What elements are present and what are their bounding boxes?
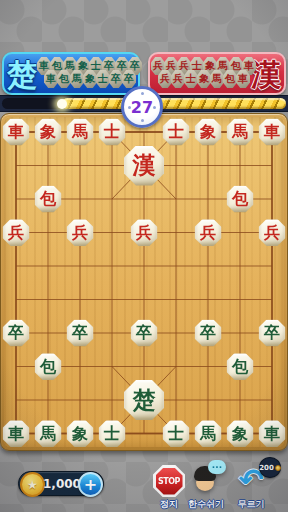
cho-tray-piece-象: 象 xyxy=(83,70,97,88)
piece-han-兵-e4[interactable]: 兵 xyxy=(131,219,158,246)
han-tray-piece-兵: 兵 xyxy=(158,70,172,88)
piece-han-馬-c1[interactable]: 馬 xyxy=(67,119,94,146)
cho-king-glyph: 楚 xyxy=(7,55,37,94)
cho-tray-piece-包: 包 xyxy=(57,70,71,88)
piece-cho-馬-b10[interactable]: 馬 xyxy=(35,420,62,447)
piece-cho-卒-i7[interactable]: 卒 xyxy=(259,320,286,347)
pass-avatar-icon: ··· xyxy=(190,465,222,497)
stop-button-label: 정지 xyxy=(160,498,178,511)
board-pieces-layer: 車象馬士士象馬車漢包包兵兵兵兵兵卒卒卒卒卒包包楚車馬象士士馬象車 xyxy=(0,113,288,451)
piece-han-包-h3[interactable]: 包 xyxy=(227,186,254,213)
piece-cho-士-d10[interactable]: 士 xyxy=(99,420,126,447)
gold-coin-icon: ★ xyxy=(20,472,45,497)
pass-turn-button[interactable]: ··· 한수쉬기 xyxy=(188,465,224,497)
piece-han-士-d1[interactable]: 士 xyxy=(99,119,126,146)
piece-han-馬-h1[interactable]: 馬 xyxy=(227,119,254,146)
coin-balance: 1,000 xyxy=(47,472,77,495)
han-tray-piece-包: 包 xyxy=(223,70,237,88)
add-coins-button[interactable]: + xyxy=(78,472,103,497)
han-tray-piece-士: 士 xyxy=(184,70,198,88)
piece-cho-包-h8[interactable]: 包 xyxy=(227,353,254,380)
han-tray-piece-兵: 兵 xyxy=(171,70,185,88)
han-piece-tray: 兵兵兵士象馬包車 兵兵士象馬包車 xyxy=(152,54,250,93)
piece-cho-士-f10[interactable]: 士 xyxy=(163,420,190,447)
han-tray-piece-象: 象 xyxy=(197,70,211,88)
pass-button-label: 한수쉬기 xyxy=(188,498,224,511)
piece-han-兵-i4[interactable]: 兵 xyxy=(259,219,286,246)
stop-sign-icon: STOP xyxy=(153,465,185,497)
clock-dot xyxy=(153,106,156,109)
cho-tray-piece-卒: 卒 xyxy=(109,70,123,88)
janggi-board[interactable]: 車象馬士士象馬車漢包包兵兵兵兵兵卒卒卒卒卒包包楚車馬象士士馬象車 xyxy=(0,113,288,451)
undo-cost-badge: 200 xyxy=(259,457,281,478)
coin-balance-pill: ★ 1,000 + xyxy=(18,471,104,496)
piece-cho-卒-e7[interactable]: 卒 xyxy=(131,320,158,347)
han-tray-piece-車: 車 xyxy=(236,70,250,88)
undo-button-label: 무르기 xyxy=(238,498,265,511)
clock-dot xyxy=(128,106,131,109)
piece-han-士-f1[interactable]: 士 xyxy=(163,119,190,146)
piece-cho-卒-g7[interactable]: 卒 xyxy=(195,320,222,347)
piece-cho-卒-c7[interactable]: 卒 xyxy=(67,320,94,347)
piece-cho-楚-e9[interactable]: 楚 xyxy=(124,380,164,420)
player-panel-cho: 楚 車包馬象士卒卒卒 車包馬象士卒卒 xyxy=(2,52,140,95)
cho-tray-piece-馬: 馬 xyxy=(70,70,84,88)
han-tray-row-2: 兵兵士象馬包車 xyxy=(159,70,250,88)
coin-star-icon: ★ xyxy=(27,479,38,491)
piece-cho-卒-a7[interactable]: 卒 xyxy=(3,320,30,347)
piece-cho-車-i10[interactable]: 車 xyxy=(259,420,286,447)
timer-bar-glow-dot xyxy=(57,99,67,109)
move-timer-clock: 27 xyxy=(121,86,163,128)
undo-button[interactable]: ↶ 200 무르기 xyxy=(233,465,269,495)
piece-han-漢-e2[interactable]: 漢 xyxy=(124,146,164,186)
han-tray-piece-馬: 馬 xyxy=(210,70,224,88)
piece-cho-馬-g10[interactable]: 馬 xyxy=(195,420,222,447)
piece-cho-包-b8[interactable]: 包 xyxy=(35,353,62,380)
cho-tray-piece-卒: 卒 xyxy=(122,70,136,88)
game-screen: 楚 車包馬象士卒卒卒 車包馬象士卒卒 漢 兵兵兵士象馬包車 兵兵士象馬包車 27… xyxy=(0,0,288,512)
piece-han-包-b3[interactable]: 包 xyxy=(35,186,62,213)
piece-cho-車-a10[interactable]: 車 xyxy=(3,420,30,447)
piece-han-象-b1[interactable]: 象 xyxy=(35,119,62,146)
cho-tray-row-2: 車包馬象士卒卒 xyxy=(45,70,136,88)
cho-piece-tray: 車包馬象士卒卒卒 車包馬象士卒卒 xyxy=(38,54,136,93)
piece-han-車-i1[interactable]: 車 xyxy=(259,119,286,146)
clock-dot xyxy=(141,92,144,95)
stop-button[interactable]: STOP 정지 xyxy=(152,465,186,497)
piece-cho-象-c10[interactable]: 象 xyxy=(67,420,94,447)
timer-seconds: 27 xyxy=(131,98,153,117)
cho-tray-piece-士: 士 xyxy=(96,70,110,88)
piece-cho-象-h10[interactable]: 象 xyxy=(227,420,254,447)
mini-coin-icon xyxy=(275,465,281,471)
piece-han-象-g1[interactable]: 象 xyxy=(195,119,222,146)
piece-han-兵-c4[interactable]: 兵 xyxy=(67,219,94,246)
player-panel-han: 漢 兵兵兵士象馬包車 兵兵士象馬包車 xyxy=(148,52,286,95)
cho-tray-piece-車: 車 xyxy=(44,70,58,88)
speech-bubble-icon: ··· xyxy=(208,460,226,474)
clock-dot xyxy=(141,119,144,122)
timer-bar-fill xyxy=(62,98,286,109)
piece-han-兵-g4[interactable]: 兵 xyxy=(195,219,222,246)
piece-han-兵-a4[interactable]: 兵 xyxy=(3,219,30,246)
piece-han-車-a1[interactable]: 車 xyxy=(3,119,30,146)
